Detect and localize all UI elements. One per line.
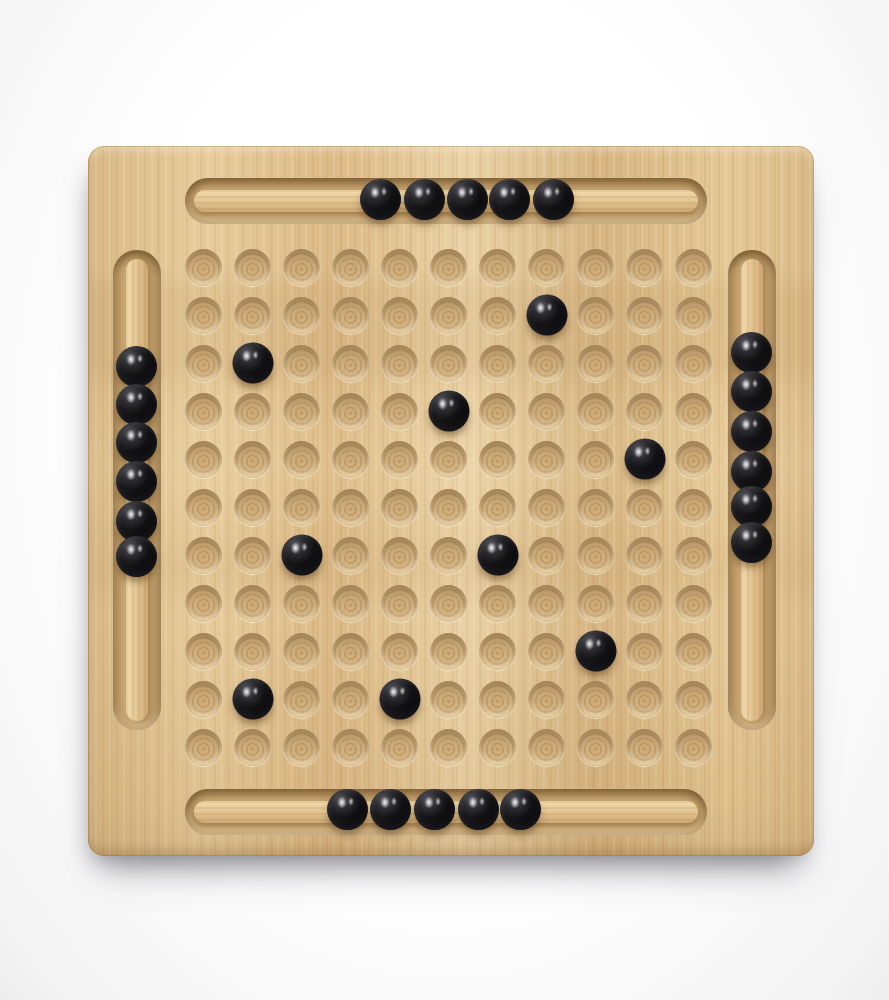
board-hole [577,297,614,334]
board-hole [381,393,418,430]
board-hole [430,441,467,478]
black-marble[interactable] [281,535,322,576]
board-hole [626,297,663,334]
grid-cell-r3c3[interactable] [277,339,326,387]
grid-cell-r1c5[interactable] [375,243,424,291]
board-hole [528,441,565,478]
grid-cell-r3c1[interactable] [179,339,228,387]
board-hole [234,489,271,526]
grid-cell-r9c1[interactable] [179,627,228,675]
grid-cell-r5c8[interactable] [522,435,571,483]
grid-cell-r4c11[interactable] [669,387,718,435]
board-hole [283,729,320,766]
grid-cell-r3c10[interactable] [620,339,669,387]
board-hole [528,585,565,622]
board-hole [479,297,516,334]
board-hole [675,633,712,670]
game-board [88,146,814,856]
black-marble-tray-top[interactable] [447,179,488,220]
grid-cell-r9c3[interactable] [277,627,326,675]
board-hole [283,489,320,526]
board-hole [332,585,369,622]
board-hole [430,345,467,382]
grid-cell-r11c1[interactable] [179,723,228,771]
grid-cell-r10c5[interactable] [375,675,424,723]
grid-cell-r4c10[interactable] [620,387,669,435]
grid-cell-r1c2[interactable] [228,243,277,291]
board-hole [185,297,222,334]
grid-cell-r7c1[interactable] [179,531,228,579]
board-hole [675,681,712,718]
board-hole [626,729,663,766]
board-hole [234,393,271,430]
board-hole [528,393,565,430]
grid-cell-r8c9[interactable] [571,579,620,627]
grid-cell-r7c11[interactable] [669,531,718,579]
board-hole [283,249,320,286]
grid-cell-r5c3[interactable] [277,435,326,483]
grid-cell-r11c3[interactable] [277,723,326,771]
grid-cell-r3c5[interactable] [375,339,424,387]
grid-cell-r6c8[interactable] [522,483,571,531]
grid-cell-r7c3[interactable] [277,531,326,579]
board-hole [675,249,712,286]
board-hole [430,681,467,718]
black-marble-tray-left[interactable] [116,384,157,425]
grid-cell-r1c11[interactable] [669,243,718,291]
grid-cell-r3c6[interactable] [424,339,473,387]
grid-cell-r6c3[interactable] [277,483,326,531]
board-hole [528,537,565,574]
grid-cell-r9c5[interactable] [375,627,424,675]
grid-cell-r8c1[interactable] [179,579,228,627]
board-hole [234,249,271,286]
black-marble-tray-top[interactable] [533,179,574,220]
board-hole [332,393,369,430]
black-marble-tray-bottom[interactable] [458,789,499,830]
board-hole [430,489,467,526]
black-marble-tray-right[interactable] [731,411,772,452]
board-hole [332,345,369,382]
board-hole [626,393,663,430]
board-hole [430,633,467,670]
grid-cell-r11c8[interactable] [522,723,571,771]
board-hole [185,585,222,622]
grid-cell-r5c7[interactable] [473,435,522,483]
board-hole [479,441,516,478]
board-hole [675,441,712,478]
board-hole [675,489,712,526]
grid-cell-r1c3[interactable] [277,243,326,291]
grid-cell-r7c9[interactable] [571,531,620,579]
board-hole [479,489,516,526]
board-hole [332,537,369,574]
board-hole [381,345,418,382]
black-marble-tray-left[interactable] [116,346,157,387]
grid-cell-r6c6[interactable] [424,483,473,531]
grid-cell-r10c2[interactable] [228,675,277,723]
board-hole [626,489,663,526]
grid-cell-r9c9[interactable] [571,627,620,675]
board-hole [479,345,516,382]
grid-cell-r4c3[interactable] [277,387,326,435]
board-hole [381,441,418,478]
grid-cell-r8c6[interactable] [424,579,473,627]
black-marble[interactable] [232,679,273,720]
board-hole [381,633,418,670]
grid-cell-r10c6[interactable] [424,675,473,723]
board-hole [577,489,614,526]
board-hole [675,393,712,430]
grid-cell-r5c5[interactable] [375,435,424,483]
grid-cell-r6c7[interactable] [473,483,522,531]
board-hole [234,441,271,478]
grid-cell-r9c8[interactable] [522,627,571,675]
board-hole [626,633,663,670]
grid-cell-r4c5[interactable] [375,387,424,435]
board-grid [179,243,718,771]
board-hole [479,633,516,670]
board-hole [479,585,516,622]
grid-cell-r11c2[interactable] [228,723,277,771]
grid-cell-r2c9[interactable] [571,291,620,339]
grid-cell-r4c1[interactable] [179,387,228,435]
grid-cell-r2c8[interactable] [522,291,571,339]
grid-cell-r3c8[interactable] [522,339,571,387]
grid-cell-r5c1[interactable] [179,435,228,483]
board-hole [185,441,222,478]
board-hole [626,681,663,718]
board-hole [626,537,663,574]
board-hole [332,489,369,526]
board-hole [675,537,712,574]
grid-cell-r5c6[interactable] [424,435,473,483]
board-hole [283,297,320,334]
black-marble-tray-bottom[interactable] [500,789,541,830]
grid-cell-r1c4[interactable] [326,243,375,291]
grid-cell-r10c4[interactable] [326,675,375,723]
grid-cell-r5c4[interactable] [326,435,375,483]
grid-cell-r3c7[interactable] [473,339,522,387]
grid-cell-r1c6[interactable] [424,243,473,291]
grid-cell-r2c1[interactable] [179,291,228,339]
board-hole [675,729,712,766]
grid-cell-r7c6[interactable] [424,531,473,579]
grid-cell-r2c4[interactable] [326,291,375,339]
board-hole [234,633,271,670]
board-hole [185,489,222,526]
grid-cell-r7c2[interactable] [228,531,277,579]
marble-tray-top[interactable] [185,178,707,224]
grid-cell-r4c4[interactable] [326,387,375,435]
grid-cell-r4c9[interactable] [571,387,620,435]
photo-backdrop [0,0,889,1000]
grid-cell-r5c10[interactable] [620,435,669,483]
board-hole [675,297,712,334]
board-hole [430,729,467,766]
black-marble[interactable] [379,679,420,720]
board-hole [332,441,369,478]
board-hole [185,345,222,382]
black-marble[interactable] [428,391,469,432]
board-hole [283,633,320,670]
black-marble-tray-right[interactable] [731,371,772,412]
board-hole [283,345,320,382]
board-hole [185,633,222,670]
board-hole [577,729,614,766]
grid-cell-r3c2[interactable] [228,339,277,387]
grid-cell-r8c7[interactable] [473,579,522,627]
board-hole [283,441,320,478]
grid-cell-r10c1[interactable] [179,675,228,723]
black-marble-tray-top[interactable] [489,179,530,220]
board-hole [332,633,369,670]
black-marble-tray-bottom[interactable] [327,789,368,830]
grid-cell-r6c11[interactable] [669,483,718,531]
black-marble-tray-right[interactable] [731,332,772,373]
board-hole [283,681,320,718]
grid-cell-r11c4[interactable] [326,723,375,771]
grid-cell-r3c9[interactable] [571,339,620,387]
board-hole [626,345,663,382]
board-hole [185,729,222,766]
board-hole [381,585,418,622]
grid-cell-r8c10[interactable] [620,579,669,627]
grid-cell-r3c11[interactable] [669,339,718,387]
grid-cell-r4c7[interactable] [473,387,522,435]
grid-cell-r2c3[interactable] [277,291,326,339]
grid-cell-r4c6[interactable] [424,387,473,435]
grid-cell-r7c4[interactable] [326,531,375,579]
grid-cell-r10c9[interactable] [571,675,620,723]
grid-cell-r6c2[interactable] [228,483,277,531]
board-hole [234,297,271,334]
black-marble-tray-bottom[interactable] [414,789,455,830]
grid-cell-r6c9[interactable] [571,483,620,531]
board-hole [430,585,467,622]
grid-cell-r6c1[interactable] [179,483,228,531]
grid-cell-r1c10[interactable] [620,243,669,291]
board-hole [381,729,418,766]
board-hole [577,393,614,430]
grid-cell-r1c8[interactable] [522,243,571,291]
black-marble-tray-top[interactable] [404,179,445,220]
board-hole [479,729,516,766]
grid-cell-r10c7[interactable] [473,675,522,723]
black-marble-tray-right[interactable] [731,486,772,527]
board-hole [577,681,614,718]
grid-cell-r7c10[interactable] [620,531,669,579]
grid-cell-r3c4[interactable] [326,339,375,387]
grid-cell-r11c9[interactable] [571,723,620,771]
board-hole [185,681,222,718]
grid-cell-r8c8[interactable] [522,579,571,627]
board-hole [381,537,418,574]
board-hole [577,249,614,286]
grid-cell-r10c11[interactable] [669,675,718,723]
grid-cell-r11c11[interactable] [669,723,718,771]
grid-cell-r7c7[interactable] [473,531,522,579]
grid-cell-r7c8[interactable] [522,531,571,579]
black-marble[interactable] [232,343,273,384]
grid-cell-r8c4[interactable] [326,579,375,627]
board-hole [577,441,614,478]
board-hole [332,729,369,766]
board-hole [234,585,271,622]
board-hole [479,393,516,430]
grid-cell-r6c10[interactable] [620,483,669,531]
board-hole [675,345,712,382]
grid-cell-r8c5[interactable] [375,579,424,627]
board-hole [675,585,712,622]
grid-cell-r7c5[interactable] [375,531,424,579]
board-hole [430,249,467,286]
grid-cell-r9c6[interactable] [424,627,473,675]
grid-cell-r11c7[interactable] [473,723,522,771]
grid-cell-r9c11[interactable] [669,627,718,675]
grid-cell-r4c2[interactable] [228,387,277,435]
black-marble-tray-top[interactable] [360,179,401,220]
board-hole [577,537,614,574]
board-hole [479,681,516,718]
black-marble[interactable] [575,631,616,672]
grid-cell-r10c10[interactable] [620,675,669,723]
black-marble-tray-left[interactable] [116,461,157,502]
board-hole [332,297,369,334]
board-hole [430,297,467,334]
grid-cell-r11c10[interactable] [620,723,669,771]
grid-cell-r4c8[interactable] [522,387,571,435]
black-marble-tray-left[interactable] [116,536,157,577]
board-hole [283,585,320,622]
grid-cell-r11c5[interactable] [375,723,424,771]
board-hole [528,249,565,286]
board-hole [185,537,222,574]
grid-cell-r10c8[interactable] [522,675,571,723]
board-hole [626,249,663,286]
board-hole [234,537,271,574]
black-marble[interactable] [526,295,567,336]
board-hole [381,489,418,526]
grid-cell-r8c11[interactable] [669,579,718,627]
grid-cell-r2c7[interactable] [473,291,522,339]
board-hole [528,345,565,382]
board-hole [479,249,516,286]
board-hole [234,729,271,766]
board-hole [332,681,369,718]
tray-rod [194,190,698,212]
grid-cell-r1c7[interactable] [473,243,522,291]
board-hole [577,345,614,382]
grid-cell-r9c7[interactable] [473,627,522,675]
black-marble-tray-left[interactable] [116,422,157,463]
board-hole [381,249,418,286]
board-hole [283,393,320,430]
grid-cell-r8c3[interactable] [277,579,326,627]
grid-cell-r8c2[interactable] [228,579,277,627]
black-marble[interactable] [477,535,518,576]
grid-cell-r2c5[interactable] [375,291,424,339]
black-marble[interactable] [624,439,665,480]
board-hole [381,297,418,334]
grid-cell-r2c2[interactable] [228,291,277,339]
board-hole [528,633,565,670]
grid-cell-r2c6[interactable] [424,291,473,339]
grid-cell-r10c3[interactable] [277,675,326,723]
board-hole [577,585,614,622]
grid-cell-r11c6[interactable] [424,723,473,771]
board-hole [626,585,663,622]
grid-cell-r1c9[interactable] [571,243,620,291]
grid-cell-r6c5[interactable] [375,483,424,531]
board-hole [185,393,222,430]
black-marble-tray-right[interactable] [731,522,772,563]
board-hole [185,249,222,286]
grid-cell-r9c2[interactable] [228,627,277,675]
grid-cell-r5c2[interactable] [228,435,277,483]
grid-cell-r6c4[interactable] [326,483,375,531]
board-hole [528,729,565,766]
black-marble-tray-bottom[interactable] [370,789,411,830]
board-hole [528,489,565,526]
board-hole [332,249,369,286]
grid-cell-r2c10[interactable] [620,291,669,339]
board-hole [528,681,565,718]
grid-cell-r2c11[interactable] [669,291,718,339]
grid-cell-r9c10[interactable] [620,627,669,675]
grid-cell-r9c4[interactable] [326,627,375,675]
grid-cell-r1c1[interactable] [179,243,228,291]
grid-cell-r5c11[interactable] [669,435,718,483]
grid-cell-r5c9[interactable] [571,435,620,483]
board-hole [430,537,467,574]
